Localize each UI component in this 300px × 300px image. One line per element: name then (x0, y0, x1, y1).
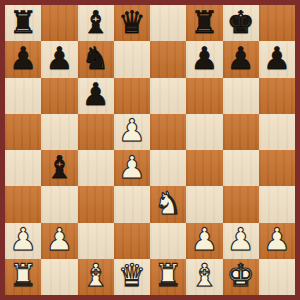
square-f2[interactable]: ♟ (186, 223, 222, 259)
square-h4[interactable] (259, 150, 295, 186)
square-a6[interactable] (5, 78, 41, 114)
square-d1[interactable]: ♛ (114, 259, 150, 295)
board-frame: ♜♝♛♜♚♟♟♞♟♟♟♟♟♝♟♞♟♟♟♟♟♜♝♛♜♝♚ (0, 0, 300, 300)
square-c8[interactable]: ♝ (78, 5, 114, 41)
square-h6[interactable] (259, 78, 295, 114)
square-a2[interactable]: ♟ (5, 223, 41, 259)
black-pawn-piece[interactable]: ♟ (9, 43, 37, 74)
square-d6[interactable] (114, 78, 150, 114)
black-rook-piece[interactable]: ♜ (190, 7, 218, 38)
square-b4[interactable]: ♝ (41, 150, 77, 186)
square-d2[interactable] (114, 223, 150, 259)
black-pawn-piece[interactable]: ♟ (227, 43, 255, 74)
square-f7[interactable]: ♟ (186, 41, 222, 77)
black-king-piece[interactable]: ♚ (227, 7, 255, 38)
square-a8[interactable]: ♜ (5, 5, 41, 41)
square-e1[interactable]: ♜ (150, 259, 186, 295)
black-pawn-piece[interactable]: ♟ (45, 43, 73, 74)
square-h1[interactable] (259, 259, 295, 295)
square-c6[interactable]: ♟ (78, 78, 114, 114)
black-pawn-piece[interactable]: ♟ (190, 43, 218, 74)
white-rook-piece[interactable]: ♜ (9, 260, 37, 291)
square-c1[interactable]: ♝ (78, 259, 114, 295)
white-pawn-piece[interactable]: ♟ (45, 224, 73, 255)
square-b7[interactable]: ♟ (41, 41, 77, 77)
square-d5[interactable]: ♟ (114, 114, 150, 150)
square-d8[interactable]: ♛ (114, 5, 150, 41)
square-c2[interactable] (78, 223, 114, 259)
square-g2[interactable]: ♟ (223, 223, 259, 259)
square-g4[interactable] (223, 150, 259, 186)
square-b5[interactable] (41, 114, 77, 150)
square-h3[interactable] (259, 186, 295, 222)
white-pawn-piece[interactable]: ♟ (263, 224, 291, 255)
square-b3[interactable] (41, 186, 77, 222)
square-f4[interactable] (186, 150, 222, 186)
square-a7[interactable]: ♟ (5, 41, 41, 77)
square-e3[interactable]: ♞ (150, 186, 186, 222)
square-g3[interactable] (223, 186, 259, 222)
chess-board: ♜♝♛♜♚♟♟♞♟♟♟♟♟♝♟♞♟♟♟♟♟♜♝♛♜♝♚ (5, 5, 295, 295)
square-d7[interactable] (114, 41, 150, 77)
square-g5[interactable] (223, 114, 259, 150)
square-h2[interactable]: ♟ (259, 223, 295, 259)
black-pawn-piece[interactable]: ♟ (263, 43, 291, 74)
black-knight-piece[interactable]: ♞ (82, 43, 110, 74)
square-c3[interactable] (78, 186, 114, 222)
white-pawn-piece[interactable]: ♟ (190, 224, 218, 255)
square-b8[interactable] (41, 5, 77, 41)
white-knight-piece[interactable]: ♞ (154, 188, 182, 219)
square-c4[interactable] (78, 150, 114, 186)
square-e8[interactable] (150, 5, 186, 41)
black-pawn-piece[interactable]: ♟ (82, 79, 110, 110)
square-c5[interactable] (78, 114, 114, 150)
square-d4[interactable]: ♟ (114, 150, 150, 186)
white-queen-piece[interactable]: ♛ (118, 260, 146, 291)
white-pawn-piece[interactable]: ♟ (9, 224, 37, 255)
square-h5[interactable] (259, 114, 295, 150)
black-queen-piece[interactable]: ♛ (118, 7, 146, 38)
square-b6[interactable] (41, 78, 77, 114)
square-d3[interactable] (114, 186, 150, 222)
square-g8[interactable]: ♚ (223, 5, 259, 41)
white-bishop-piece[interactable]: ♝ (82, 260, 110, 291)
black-bishop-piece[interactable]: ♝ (82, 7, 110, 38)
square-h7[interactable]: ♟ (259, 41, 295, 77)
white-pawn-piece[interactable]: ♟ (118, 115, 146, 146)
white-rook-piece[interactable]: ♜ (154, 260, 182, 291)
square-a4[interactable] (5, 150, 41, 186)
square-f8[interactable]: ♜ (186, 5, 222, 41)
square-f3[interactable] (186, 186, 222, 222)
white-pawn-piece[interactable]: ♟ (227, 224, 255, 255)
square-a3[interactable] (5, 186, 41, 222)
square-b2[interactable]: ♟ (41, 223, 77, 259)
square-e7[interactable] (150, 41, 186, 77)
square-c7[interactable]: ♞ (78, 41, 114, 77)
black-rook-piece[interactable]: ♜ (9, 7, 37, 38)
square-g1[interactable]: ♚ (223, 259, 259, 295)
square-h8[interactable] (259, 5, 295, 41)
square-e5[interactable] (150, 114, 186, 150)
square-g6[interactable] (223, 78, 259, 114)
white-bishop-piece[interactable]: ♝ (190, 260, 218, 291)
square-a5[interactable] (5, 114, 41, 150)
square-f1[interactable]: ♝ (186, 259, 222, 295)
white-king-piece[interactable]: ♚ (227, 260, 255, 291)
square-e2[interactable] (150, 223, 186, 259)
square-e6[interactable] (150, 78, 186, 114)
black-bishop-piece[interactable]: ♝ (45, 152, 73, 183)
square-g7[interactable]: ♟ (223, 41, 259, 77)
square-a1[interactable]: ♜ (5, 259, 41, 295)
square-e4[interactable] (150, 150, 186, 186)
square-f6[interactable] (186, 78, 222, 114)
square-f5[interactable] (186, 114, 222, 150)
white-pawn-piece[interactable]: ♟ (118, 152, 146, 183)
square-b1[interactable] (41, 259, 77, 295)
